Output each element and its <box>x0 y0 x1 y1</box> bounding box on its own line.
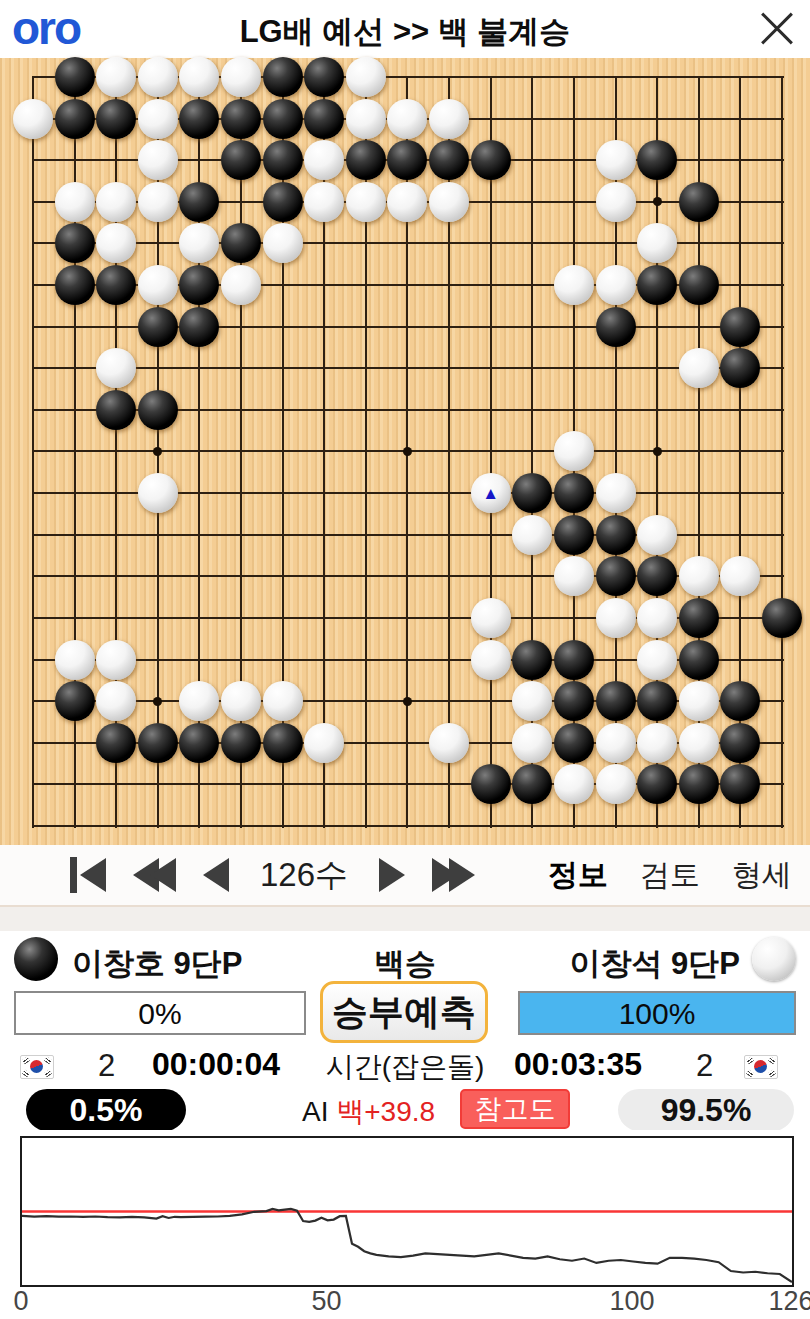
stone-white <box>679 348 719 388</box>
stone-black <box>263 99 303 139</box>
taegeuk-icon <box>754 1060 767 1073</box>
winrate-svg <box>22 1138 792 1285</box>
stone-white <box>138 473 178 513</box>
go-board[interactable]: ▲ <box>0 58 810 845</box>
divider-band <box>0 907 810 931</box>
stone-white <box>263 681 303 721</box>
stone-white <box>596 598 636 638</box>
stone-white <box>429 182 469 222</box>
stone-black <box>221 99 261 139</box>
stone-black <box>96 265 136 305</box>
back-button[interactable] <box>203 858 229 892</box>
fast-forward-button[interactable] <box>432 858 475 892</box>
stone-white <box>512 723 552 763</box>
white-winrate-bar: 100% <box>518 991 796 1035</box>
stone-black <box>263 57 303 97</box>
black-time: 00:00:04 <box>152 1046 280 1083</box>
close-button[interactable] <box>758 10 796 48</box>
stone-black <box>720 307 760 347</box>
stone-black <box>221 723 261 763</box>
stone-black <box>637 265 677 305</box>
forward-button[interactable] <box>379 858 405 892</box>
stone-black <box>55 99 95 139</box>
stone-black <box>554 515 594 555</box>
header: oro LG배 예선 >> 백 불계승 <box>0 0 810 58</box>
white-player-name: 이창석 9단P <box>569 943 740 985</box>
stone-black <box>138 307 178 347</box>
stone-black <box>679 182 719 222</box>
tab-review[interactable]: 검토 <box>640 855 700 896</box>
white-ai-winrate-pill: 99.5% <box>618 1089 794 1131</box>
stone-black <box>762 598 802 638</box>
stone-white <box>221 265 261 305</box>
stone-white <box>679 681 719 721</box>
stone-white <box>596 265 636 305</box>
stone-white <box>346 57 386 97</box>
stone-black <box>554 640 594 680</box>
x-tick-label: 50 <box>312 1286 342 1317</box>
white-time: 00:03:35 <box>514 1046 642 1083</box>
stone-white <box>637 515 677 555</box>
tab-shape[interactable]: 형세 <box>732 855 792 896</box>
stone-white <box>96 182 136 222</box>
info-panel: 이창호 9단P 백승 이창석 9단P 0% 승부예측 100% 2 00:00:… <box>0 931 810 1130</box>
stone-white <box>263 223 303 263</box>
ai-score-line: AI 백+39.8 <box>302 1093 435 1131</box>
stone-white <box>13 99 53 139</box>
stone-white <box>96 640 136 680</box>
stone-black <box>263 182 303 222</box>
first-move-icon <box>70 857 77 893</box>
time-captures-caption: 시간(잡은돌) <box>300 1048 510 1086</box>
fast-back-button[interactable] <box>133 858 176 892</box>
stone-black <box>263 140 303 180</box>
stone-black <box>304 99 344 139</box>
stone-black <box>55 223 95 263</box>
stone-white <box>138 99 178 139</box>
move-counter: 126수 <box>260 853 348 898</box>
black-player-stone-icon <box>14 937 58 981</box>
nav-tabs: 정보검토형세 <box>548 855 792 896</box>
stone-white <box>304 182 344 222</box>
stone-black <box>96 723 136 763</box>
stone-black <box>679 265 719 305</box>
stone-white <box>596 723 636 763</box>
stone-black <box>179 182 219 222</box>
stone-white <box>346 182 386 222</box>
white-captures-count: 2 <box>696 1048 713 1084</box>
stone-black <box>179 723 219 763</box>
nav-bar: 126수 정보검토형세 <box>0 845 810 907</box>
white-player-stone-icon <box>752 937 796 981</box>
stone-white <box>679 723 719 763</box>
stone-black <box>138 390 178 430</box>
stone-black <box>596 556 636 596</box>
stone-black <box>596 307 636 347</box>
stone-black <box>471 764 511 804</box>
stone-white <box>596 182 636 222</box>
stone-black <box>554 723 594 763</box>
stone-white <box>637 640 677 680</box>
star-point <box>653 197 662 206</box>
stone-white <box>138 182 178 222</box>
star-point <box>653 447 662 456</box>
star-point <box>153 697 162 706</box>
stone-black <box>263 723 303 763</box>
stone-white <box>429 723 469 763</box>
ai-label: AI <box>302 1096 328 1127</box>
stone-black <box>55 57 95 97</box>
stone-black <box>55 681 95 721</box>
stone-black <box>679 640 719 680</box>
app-window: oro LG배 예선 >> 백 불계승 ▲ 126수 <box>0 0 810 1319</box>
stone-white <box>138 140 178 180</box>
stone-white <box>637 598 677 638</box>
stone-white <box>512 515 552 555</box>
page-title: LG배 예선 >> 백 불계승 <box>100 11 710 53</box>
stone-black <box>304 57 344 97</box>
stone-white <box>221 681 261 721</box>
winrate-line <box>22 1209 792 1282</box>
black-player-name: 이창호 9단P <box>72 943 243 985</box>
stone-white <box>387 99 427 139</box>
stone-white: ▲ <box>471 473 511 513</box>
stone-white <box>679 556 719 596</box>
close-icon <box>758 10 796 48</box>
stone-black <box>554 681 594 721</box>
back-icon <box>203 858 229 892</box>
stone-black <box>720 723 760 763</box>
ai-score-value: 백+39.8 <box>336 1096 435 1127</box>
x-tick-label: 126 <box>768 1286 810 1317</box>
stone-black <box>96 99 136 139</box>
stone-white <box>96 57 136 97</box>
stone-black <box>679 598 719 638</box>
stone-black <box>179 99 219 139</box>
stone-black <box>179 307 219 347</box>
last-move-marker: ▲ <box>482 474 499 514</box>
stone-white <box>596 764 636 804</box>
stone-black <box>221 140 261 180</box>
x-tick-label: 0 <box>13 1286 28 1317</box>
reference-diagram-button[interactable]: 참고도 <box>460 1089 570 1129</box>
stone-black <box>596 515 636 555</box>
stone-white <box>429 99 469 139</box>
first-move-button[interactable] <box>70 857 106 893</box>
winrate-chart-section: 050100126 <box>0 1130 810 1319</box>
stone-black <box>512 640 552 680</box>
stone-white <box>596 140 636 180</box>
stone-white <box>55 640 95 680</box>
stone-white <box>471 598 511 638</box>
black-captures-count: 2 <box>98 1048 115 1084</box>
stone-white <box>554 556 594 596</box>
forward-icon <box>379 858 405 892</box>
stone-black <box>96 390 136 430</box>
stone-black <box>679 764 719 804</box>
stone-black <box>471 140 511 180</box>
korea-flag-icon <box>20 1055 54 1079</box>
winrate-chart <box>20 1136 794 1287</box>
stone-white <box>554 265 594 305</box>
star-point <box>403 697 412 706</box>
taegeuk-icon <box>30 1060 43 1073</box>
stone-white <box>221 57 261 97</box>
stone-white <box>471 640 511 680</box>
stone-black <box>346 140 386 180</box>
black-ai-winrate-pill: 0.5% <box>26 1089 186 1131</box>
move-controls: 126수 <box>70 853 475 898</box>
stone-white <box>637 723 677 763</box>
chart-x-labels: 050100126 <box>0 1286 810 1318</box>
tab-info[interactable]: 정보 <box>548 855 608 896</box>
stone-black <box>554 473 594 513</box>
korea-flag-icon <box>744 1055 778 1079</box>
stone-white <box>138 57 178 97</box>
stone-white <box>596 473 636 513</box>
star-point <box>403 447 412 456</box>
stone-white <box>55 182 95 222</box>
stone-white <box>346 99 386 139</box>
oro-logo: oro <box>12 0 80 56</box>
stone-white <box>304 723 344 763</box>
stone-black <box>138 723 178 763</box>
stone-black <box>55 265 95 305</box>
stone-black <box>596 681 636 721</box>
stone-white <box>138 265 178 305</box>
black-winrate-bar: 0% <box>14 991 306 1035</box>
game-result: 백승 <box>300 943 510 985</box>
predict-button[interactable]: 승부예측 <box>320 981 488 1043</box>
x-tick-label: 100 <box>610 1286 655 1317</box>
